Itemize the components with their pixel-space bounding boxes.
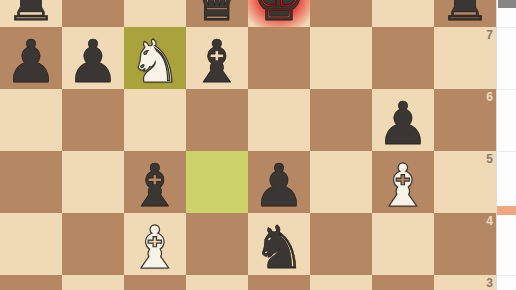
square-f7[interactable] bbox=[310, 27, 372, 89]
scrollbar-marker bbox=[497, 206, 516, 215]
square-a4[interactable] bbox=[0, 213, 62, 275]
square-h6[interactable]: 6 bbox=[434, 89, 496, 151]
rank-coordinate-3: 3 bbox=[486, 277, 493, 289]
piece-white-bishop[interactable]: ♝ bbox=[372, 151, 434, 213]
piece-black-pawn[interactable]: ♟ bbox=[248, 151, 310, 213]
square-e5[interactable]: ♟ bbox=[248, 151, 310, 213]
piece-black-queen[interactable]: ♛ bbox=[186, 0, 248, 27]
square-b8[interactable] bbox=[62, 0, 124, 27]
piece-black-knight[interactable]: ♞ bbox=[248, 213, 310, 275]
square-h7[interactable]: 7 bbox=[434, 27, 496, 89]
square-a3[interactable] bbox=[0, 275, 62, 290]
square-c7[interactable]: ♞ bbox=[124, 27, 186, 89]
square-h5[interactable]: 5 bbox=[434, 151, 496, 213]
scrollbar-thumb[interactable] bbox=[498, 0, 516, 8]
square-d7[interactable]: ♝ bbox=[186, 27, 248, 89]
scrollbar-tick bbox=[497, 27, 516, 28]
square-b4[interactable] bbox=[62, 213, 124, 275]
square-f4[interactable] bbox=[310, 213, 372, 275]
piece-black-rook[interactable]: ♜ bbox=[434, 0, 496, 27]
scrollbar-tick bbox=[497, 275, 516, 276]
square-f8[interactable] bbox=[310, 0, 372, 27]
square-g4[interactable] bbox=[372, 213, 434, 275]
square-f5[interactable] bbox=[310, 151, 372, 213]
square-a8[interactable]: ♜ bbox=[0, 0, 62, 27]
square-d3[interactable] bbox=[186, 275, 248, 290]
square-g6[interactable]: ♟ bbox=[372, 89, 434, 151]
square-f3[interactable] bbox=[310, 275, 372, 290]
scrollbar-tick bbox=[497, 151, 516, 152]
square-g5[interactable]: ♝ bbox=[372, 151, 434, 213]
square-e8[interactable]: ♚ bbox=[248, 0, 310, 27]
piece-white-bishop[interactable]: ♝ bbox=[124, 213, 186, 275]
square-c3[interactable] bbox=[124, 275, 186, 290]
square-d6[interactable] bbox=[186, 89, 248, 151]
piece-black-bishop[interactable]: ♝ bbox=[186, 27, 248, 89]
square-h4[interactable]: 4 bbox=[434, 213, 496, 275]
square-a6[interactable] bbox=[0, 89, 62, 151]
square-c6[interactable] bbox=[124, 89, 186, 151]
square-a7[interactable]: ♟ bbox=[0, 27, 62, 89]
rank-coordinate-4: 4 bbox=[486, 215, 493, 227]
piece-black-bishop[interactable]: ♝ bbox=[124, 151, 186, 213]
square-e7[interactable] bbox=[248, 27, 310, 89]
piece-black-pawn[interactable]: ♟ bbox=[0, 27, 62, 89]
square-c5[interactable]: ♝ bbox=[124, 151, 186, 213]
piece-black-rook[interactable]: ♜ bbox=[0, 0, 62, 27]
square-d4[interactable] bbox=[186, 213, 248, 275]
square-h3[interactable]: 3 bbox=[434, 275, 496, 290]
scrollbar-track[interactable] bbox=[496, 0, 516, 290]
chess-board-viewport: ♜♛♚♜♟♟♞♝7♟6♝♟♝5♝♞43 bbox=[0, 0, 516, 290]
square-h8[interactable]: ♜ bbox=[434, 0, 496, 27]
chess-board: ♜♛♚♜♟♟♞♝7♟6♝♟♝5♝♞43 bbox=[0, 0, 496, 290]
piece-black-king[interactable]: ♚ bbox=[248, 0, 310, 27]
square-b5[interactable] bbox=[62, 151, 124, 213]
scrollbar-tick bbox=[497, 89, 516, 90]
piece-black-pawn[interactable]: ♟ bbox=[372, 89, 434, 151]
rank-coordinate-6: 6 bbox=[486, 91, 493, 103]
square-g8[interactable] bbox=[372, 0, 434, 27]
square-d5[interactable] bbox=[186, 151, 248, 213]
square-e3[interactable] bbox=[248, 275, 310, 290]
piece-white-knight[interactable]: ♞ bbox=[124, 27, 186, 89]
rank-coordinate-7: 7 bbox=[486, 29, 493, 41]
square-b7[interactable]: ♟ bbox=[62, 27, 124, 89]
square-f6[interactable] bbox=[310, 89, 372, 151]
square-e6[interactable] bbox=[248, 89, 310, 151]
square-a5[interactable] bbox=[0, 151, 62, 213]
square-b3[interactable] bbox=[62, 275, 124, 290]
square-c4[interactable]: ♝ bbox=[124, 213, 186, 275]
rank-coordinate-5: 5 bbox=[486, 153, 493, 165]
square-g7[interactable] bbox=[372, 27, 434, 89]
square-c8[interactable] bbox=[124, 0, 186, 27]
square-g3[interactable] bbox=[372, 275, 434, 290]
piece-black-pawn[interactable]: ♟ bbox=[62, 27, 124, 89]
square-d8[interactable]: ♛ bbox=[186, 0, 248, 27]
square-b6[interactable] bbox=[62, 89, 124, 151]
square-e4[interactable]: ♞ bbox=[248, 213, 310, 275]
